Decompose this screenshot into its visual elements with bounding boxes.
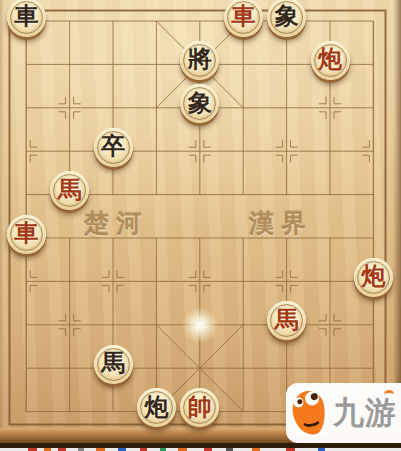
move-highlight-glow xyxy=(182,307,218,343)
mascot-right-eye-icon xyxy=(304,391,320,407)
piece-character: 炮 xyxy=(318,47,342,71)
piece-character: 象 xyxy=(275,4,299,28)
piece-black-soldier[interactable]: 卒 xyxy=(94,128,133,167)
mascot-smile-icon xyxy=(300,411,322,428)
piece-character: 帥 xyxy=(188,395,212,419)
logo-orange-accent-icon xyxy=(384,390,394,399)
piece-character: 象 xyxy=(188,91,212,115)
piece-character: 車 xyxy=(231,4,255,28)
piece-character: 馬 xyxy=(275,308,299,332)
piece-red-chariot[interactable]: 車 xyxy=(224,0,263,37)
xiangqi-app-view: 楚河 漢界 九游 車車象將炮象卒馬車炮馬馬炮帥 xyxy=(0,0,401,451)
piece-black-cannon[interactable]: 炮 xyxy=(137,388,176,427)
piece-character: 馬 xyxy=(101,351,125,375)
piece-red-cannon[interactable]: 炮 xyxy=(354,258,393,297)
piece-black-chariot[interactable]: 車 xyxy=(7,0,46,37)
ninegame-mascot-icon xyxy=(287,386,332,441)
piece-character: 炮 xyxy=(144,395,168,419)
piece-black-horse[interactable]: 馬 xyxy=(94,345,133,384)
piece-character: 車 xyxy=(14,221,38,245)
piece-character: 馬 xyxy=(58,178,82,202)
piece-character: 車 xyxy=(14,4,38,28)
piece-character: 卒 xyxy=(101,134,125,158)
ninegame-watermark: 九游 xyxy=(286,383,401,443)
piece-red-chariot[interactable]: 車 xyxy=(7,215,46,254)
mascot-left-eye-icon xyxy=(293,397,304,408)
piece-black-general[interactable]: 將 xyxy=(180,41,219,80)
piece-black-elephant[interactable]: 象 xyxy=(267,0,306,37)
piece-character: 將 xyxy=(188,47,212,71)
piece-red-cannon[interactable]: 炮 xyxy=(311,41,350,80)
piece-character: 炮 xyxy=(361,264,385,288)
piece-red-horse[interactable]: 馬 xyxy=(50,171,89,210)
